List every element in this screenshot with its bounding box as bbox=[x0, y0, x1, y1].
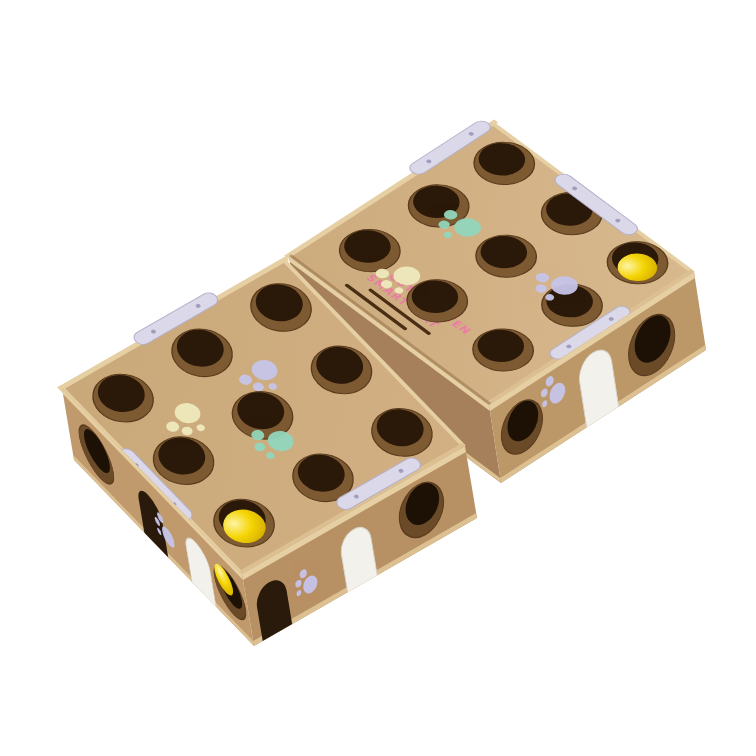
product-photo: SMART♥CATCUTE♥KITTEN bbox=[0, 0, 756, 756]
product-photo-page: { "photo": { "subject": "Wooden cat trea… bbox=[0, 0, 756, 756]
product-photo-svg: SMART♥CATCUTE♥KITTEN bbox=[0, 0, 756, 756]
